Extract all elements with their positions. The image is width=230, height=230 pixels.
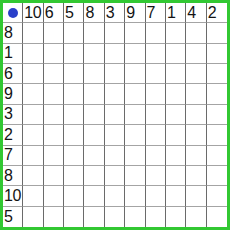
answer-cell[interactable] — [186, 44, 206, 64]
answer-cell[interactable] — [44, 146, 64, 166]
answer-cell[interactable] — [105, 64, 125, 84]
answer-cell[interactable] — [105, 23, 125, 43]
answer-cell[interactable] — [146, 105, 166, 125]
row-header-cell: 8 — [3, 166, 23, 186]
answer-cell[interactable] — [23, 84, 43, 104]
answer-cell[interactable] — [64, 84, 84, 104]
corner-cell — [3, 3, 23, 23]
answer-cell[interactable] — [207, 105, 227, 125]
answer-cell[interactable] — [44, 186, 64, 206]
answer-cell[interactable] — [23, 186, 43, 206]
answer-cell[interactable] — [146, 125, 166, 145]
blue-dot-icon — [8, 8, 18, 18]
answer-cell[interactable] — [207, 23, 227, 43]
answer-cell[interactable] — [186, 125, 206, 145]
answer-cell[interactable] — [84, 64, 104, 84]
answer-cell[interactable] — [64, 23, 84, 43]
answer-cell[interactable] — [23, 105, 43, 125]
answer-cell[interactable] — [84, 105, 104, 125]
answer-cell[interactable] — [105, 146, 125, 166]
answer-cell[interactable] — [84, 44, 104, 64]
col-header-cell: 4 — [186, 3, 206, 23]
answer-cell[interactable] — [207, 186, 227, 206]
answer-cell[interactable] — [166, 84, 186, 104]
answer-cell[interactable] — [105, 105, 125, 125]
row-header-cell: 3 — [3, 105, 23, 125]
answer-cell[interactable] — [186, 207, 206, 227]
answer-cell[interactable] — [44, 64, 64, 84]
row-header-cell: 10 — [3, 186, 23, 206]
answer-cell[interactable] — [23, 146, 43, 166]
answer-cell[interactable] — [84, 84, 104, 104]
answer-cell[interactable] — [186, 23, 206, 43]
answer-cell[interactable] — [125, 84, 145, 104]
answer-cell[interactable] — [64, 64, 84, 84]
answer-cell[interactable] — [44, 105, 64, 125]
answer-cell[interactable] — [207, 146, 227, 166]
answer-cell[interactable] — [84, 207, 104, 227]
answer-cell[interactable] — [146, 207, 166, 227]
answer-cell[interactable] — [125, 166, 145, 186]
answer-cell[interactable] — [23, 23, 43, 43]
col-header-cell: 9 — [125, 3, 145, 23]
row-header-cell: 7 — [3, 146, 23, 166]
answer-cell[interactable] — [207, 125, 227, 145]
col-header-cell: 10 — [23, 3, 43, 23]
answer-cell[interactable] — [23, 44, 43, 64]
answer-cell[interactable] — [23, 166, 43, 186]
answer-cell[interactable] — [207, 84, 227, 104]
answer-cell[interactable] — [146, 23, 166, 43]
answer-cell[interactable] — [84, 186, 104, 206]
row-header-cell: 9 — [3, 84, 23, 104]
answer-cell[interactable] — [146, 44, 166, 64]
answer-cell[interactable] — [64, 125, 84, 145]
answer-cell[interactable] — [207, 207, 227, 227]
answer-cell[interactable] — [166, 125, 186, 145]
answer-cell[interactable] — [44, 44, 64, 64]
col-header-cell: 2 — [207, 3, 227, 23]
answer-cell[interactable] — [105, 44, 125, 64]
answer-cell[interactable] — [64, 146, 84, 166]
answer-cell[interactable] — [125, 125, 145, 145]
answer-cell[interactable] — [207, 64, 227, 84]
row-header-cell: 8 — [3, 23, 23, 43]
answer-cell[interactable] — [84, 23, 104, 43]
answer-cell[interactable] — [146, 186, 166, 206]
answer-cell[interactable] — [84, 125, 104, 145]
answer-cell[interactable] — [186, 105, 206, 125]
answer-cell[interactable] — [105, 84, 125, 104]
col-header-cell: 7 — [146, 3, 166, 23]
answer-cell[interactable] — [186, 84, 206, 104]
answer-cell[interactable] — [207, 44, 227, 64]
answer-cell[interactable] — [125, 105, 145, 125]
answer-cell[interactable] — [105, 166, 125, 186]
answer-cell[interactable] — [166, 166, 186, 186]
col-header-cell: 6 — [44, 3, 64, 23]
answer-cell[interactable] — [125, 23, 145, 43]
answer-cell[interactable] — [125, 64, 145, 84]
answer-cell[interactable] — [105, 207, 125, 227]
answer-cell[interactable] — [146, 166, 166, 186]
answer-cell[interactable] — [166, 207, 186, 227]
answer-cell[interactable] — [125, 44, 145, 64]
answer-cell[interactable] — [125, 146, 145, 166]
answer-cell[interactable] — [64, 186, 84, 206]
answer-cell[interactable] — [207, 166, 227, 186]
answer-cell[interactable] — [44, 125, 64, 145]
answer-cell[interactable] — [84, 166, 104, 186]
answer-cell[interactable] — [105, 125, 125, 145]
answer-cell[interactable] — [186, 186, 206, 206]
row-header-cell: 1 — [3, 44, 23, 64]
row-header-cell: 5 — [3, 207, 23, 227]
answer-cell[interactable] — [166, 44, 186, 64]
answer-cell[interactable] — [166, 23, 186, 43]
answer-cell[interactable] — [186, 146, 206, 166]
answer-cell[interactable] — [44, 23, 64, 43]
answer-cell[interactable] — [146, 146, 166, 166]
answer-cell[interactable] — [186, 166, 206, 186]
answer-cell[interactable] — [105, 186, 125, 206]
answer-cell[interactable] — [125, 207, 145, 227]
answer-cell[interactable] — [64, 105, 84, 125]
answer-cell[interactable] — [44, 84, 64, 104]
col-header-cell: 3 — [105, 3, 125, 23]
answer-cell[interactable] — [146, 64, 166, 84]
answer-cell[interactable] — [44, 207, 64, 227]
answer-cell[interactable] — [166, 64, 186, 84]
answer-cell[interactable] — [186, 64, 206, 84]
answer-cell[interactable] — [166, 146, 186, 166]
col-header-cell: 5 — [64, 3, 84, 23]
answer-cell[interactable] — [23, 125, 43, 145]
answer-cell[interactable] — [166, 186, 186, 206]
answer-cell[interactable] — [166, 105, 186, 125]
answer-cell[interactable] — [23, 207, 43, 227]
col-header-cell: 1 — [166, 3, 186, 23]
answer-cell[interactable] — [64, 207, 84, 227]
multiplication-grid-board: 1065839714281693278105 — [0, 0, 230, 230]
answer-cell[interactable] — [23, 64, 43, 84]
grid: 1065839714281693278105 — [3, 3, 227, 227]
answer-cell[interactable] — [146, 84, 166, 104]
row-header-cell: 6 — [3, 64, 23, 84]
answer-cell[interactable] — [125, 186, 145, 206]
answer-cell[interactable] — [64, 166, 84, 186]
answer-cell[interactable] — [84, 146, 104, 166]
answer-cell[interactable] — [44, 166, 64, 186]
answer-cell[interactable] — [64, 44, 84, 64]
row-header-cell: 2 — [3, 125, 23, 145]
col-header-cell: 8 — [84, 3, 104, 23]
